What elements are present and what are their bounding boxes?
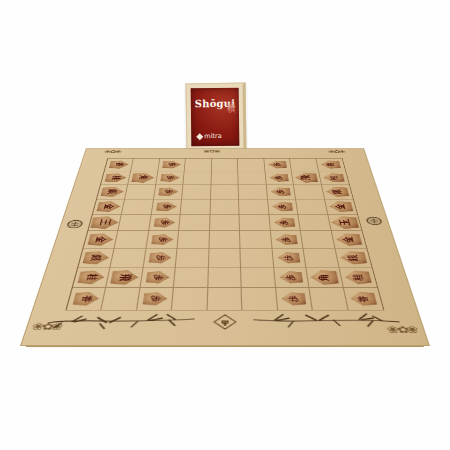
board-cell[interactable]: 桂: [101, 171, 131, 185]
board-cell[interactable]: 歩: [264, 158, 292, 171]
board-cell[interactable]: [178, 231, 210, 249]
piece-kanji: 歩: [280, 220, 289, 225]
piece-kanji: 金: [95, 236, 108, 242]
board-cell[interactable]: 飛: [292, 171, 322, 185]
piece-kanji: 香: [80, 295, 92, 302]
shogi-piece-rook-left[interactable]: 飛: [110, 270, 140, 285]
board-cell[interactable]: 玉: [328, 215, 362, 231]
piece-kanji: 金: [342, 236, 355, 242]
board-cell[interactable]: [298, 215, 331, 231]
shogi-piece-pawn-left[interactable]: 歩: [162, 161, 181, 169]
board-cell[interactable]: [172, 288, 208, 310]
piece-kanji: 銀: [90, 254, 103, 261]
piece-kanji: 香: [357, 295, 369, 302]
shogi-piece-lance-left[interactable]: 香: [72, 292, 100, 306]
seal-stamp-icon: [65, 220, 85, 229]
piece-kanji: 歩: [158, 237, 168, 242]
piece-kanji: 王: [98, 219, 111, 225]
diamond-frame: [213, 314, 236, 329]
piece-kanji: 飛: [118, 274, 131, 281]
piece-kanji: 歩: [166, 176, 175, 180]
board-cell[interactable]: [239, 199, 269, 214]
seal-stamp-icon: [365, 216, 384, 225]
board-cell[interactable]: 歩: [266, 185, 296, 199]
board-cell[interactable]: 王: [88, 215, 122, 231]
piece-kanji: 角: [138, 175, 149, 180]
piece-kanji: 香: [326, 163, 335, 167]
shogi-piece-pawn-right[interactable]: 歩: [269, 174, 289, 182]
board-cell[interactable]: [310, 288, 349, 310]
shogi-piece-king-left[interactable]: 王: [90, 216, 120, 229]
shogi-piece-pawn-right[interactable]: 歩: [277, 252, 300, 264]
piece-kanji: 歩: [286, 274, 297, 280]
shogi-piece-gold-left[interactable]: 金: [96, 201, 121, 212]
board-cell[interactable]: 銀: [322, 185, 354, 199]
piece-kanji: 歩: [275, 176, 284, 180]
board-cell[interactable]: [242, 288, 278, 310]
board-cell[interactable]: 金: [325, 199, 358, 214]
board-cell[interactable]: [181, 199, 211, 214]
board-cell[interactable]: 金: [93, 199, 126, 214]
piece-kanji: 歩: [162, 204, 171, 208]
shogi-piece-king-right[interactable]: 玉: [330, 216, 360, 229]
board-cell[interactable]: 歩: [146, 231, 179, 249]
bamboo-engraving-icon: [43, 312, 197, 330]
floral-engraving-top-center: ❀✿❀: [203, 149, 219, 153]
bamboo-engraving-icon: [251, 312, 405, 330]
board-cell[interactable]: 角: [128, 171, 158, 185]
board-cell[interactable]: 歩: [149, 215, 181, 231]
shogi-piece-silver-right[interactable]: 銀: [339, 251, 368, 264]
floral-engraving-top-left: ❀✿❀: [104, 149, 121, 153]
board-cell[interactable]: [296, 199, 328, 214]
shogi-piece-knight-left[interactable]: 桂: [77, 270, 105, 284]
piece-kanji: 歩: [164, 190, 173, 194]
piece-kanji: 飛: [301, 175, 312, 180]
board-front-edge: [24, 334, 426, 347]
board-cell[interactable]: [207, 288, 242, 310]
board-cell[interactable]: 歩: [137, 288, 174, 310]
shogi-set-photo: Shōgui 将棋 mitra ❀✿❀ ❀✿❀ ❀✿❀ ❀✿❀ ❀✿❀: [0, 0, 450, 450]
shogi-piece-pawn-left[interactable]: 歩: [158, 187, 178, 196]
board-cell[interactable]: 香: [343, 288, 383, 310]
piece-kanji: 香: [115, 163, 124, 167]
board-cell[interactable]: 香: [67, 288, 107, 310]
board-perspective-wrap: ❀✿❀ ❀✿❀ ❀✿❀ ❀✿❀ ❀✿❀: [58, 50, 392, 400]
board-cell[interactable]: [131, 158, 160, 171]
shogi-piece-knight-right[interactable]: 桂: [344, 270, 372, 284]
board-cell[interactable]: 香: [316, 158, 345, 171]
board-cell[interactable]: [185, 158, 212, 171]
board-cell[interactable]: 歩: [156, 171, 185, 185]
board-cell[interactable]: [209, 249, 242, 268]
board-cell[interactable]: 歩: [265, 171, 294, 185]
board-cell[interactable]: [238, 171, 266, 185]
piece-kanji: 桂: [329, 176, 339, 180]
board-cell[interactable]: [240, 231, 272, 249]
board-cell[interactable]: [179, 215, 210, 231]
board-cell[interactable]: [182, 185, 211, 199]
board-cell[interactable]: 銀: [78, 249, 115, 268]
piece-kanji: 桂: [111, 176, 121, 180]
piece-kanji: 銀: [331, 189, 342, 194]
board-cell[interactable]: 金: [83, 231, 118, 249]
piece-kanji: 歩: [155, 255, 165, 260]
piece-kanji: 歩: [283, 255, 293, 260]
shogi-piece-pawn-left[interactable]: 歩: [154, 218, 176, 228]
shogi-piece-bishop-right[interactable]: 角: [309, 270, 339, 285]
piece-kanji: 歩: [288, 296, 299, 302]
board-cell[interactable]: [115, 231, 149, 249]
board-cell[interactable]: [122, 199, 154, 214]
piece-kanji: 金: [103, 204, 115, 209]
shogi-piece-pawn-right[interactable]: 歩: [281, 292, 306, 305]
board-cell[interactable]: [210, 199, 239, 214]
shogi-piece-pawn-left[interactable]: 歩: [160, 174, 180, 182]
shogi-piece-pawn-left[interactable]: 歩: [151, 234, 174, 245]
shogi-piece-bishop-left[interactable]: 角: [131, 173, 155, 183]
board-cell[interactable]: [125, 185, 156, 199]
shogi-piece-silver-left[interactable]: 銀: [100, 187, 125, 197]
shogi-piece-lance-right[interactable]: 香: [320, 160, 341, 168]
shogi-piece-lance-right[interactable]: 香: [349, 292, 377, 306]
piece-kanji: 金: [335, 204, 347, 209]
board-cell[interactable]: 歩: [143, 249, 177, 268]
board-cell[interactable]: [241, 268, 275, 288]
piece-kanji: 角: [317, 274, 330, 281]
board-cell[interactable]: [241, 249, 274, 268]
board-cell[interactable]: 歩: [271, 231, 304, 249]
shogi-piece-rook-right[interactable]: 飛: [294, 173, 318, 183]
board-cell[interactable]: 歩: [276, 288, 313, 310]
shogi-piece-gold-right[interactable]: 金: [328, 201, 353, 212]
shogi-piece-gold-left[interactable]: 金: [87, 233, 114, 246]
piece-kanji: 歩: [168, 163, 176, 167]
board-cell[interactable]: [239, 185, 268, 199]
board-cell[interactable]: 歩: [154, 185, 184, 199]
board-cell[interactable]: 歩: [274, 268, 310, 288]
shogi-piece-pawn-left[interactable]: 歩: [156, 202, 177, 211]
board-cell[interactable]: 歩: [158, 158, 186, 171]
board-cell[interactable]: 銀: [335, 249, 372, 268]
board-cell[interactable]: [176, 249, 209, 268]
board-cell[interactable]: 桂: [319, 171, 349, 185]
piece-kanji: 歩: [281, 237, 291, 242]
board-cell[interactable]: 銀: [97, 185, 129, 199]
piece-kanji: 玉: [338, 219, 351, 225]
piece-kanji: 歩: [278, 204, 287, 208]
board-cell[interactable]: [210, 215, 240, 231]
board-cell[interactable]: [294, 185, 325, 199]
shogi-piece-knight-right[interactable]: 桂: [322, 173, 345, 182]
board-cell[interactable]: [212, 158, 239, 171]
board-cell[interactable]: [119, 215, 152, 231]
piece-kanji: 桂: [85, 274, 98, 281]
diamond-emblem: ψ: [214, 315, 235, 329]
board-cell[interactable]: [240, 215, 271, 231]
board-cell[interactable]: 歩: [152, 199, 183, 214]
piece-kanji: 銀: [107, 189, 118, 194]
shogi-piece-gold-right[interactable]: 金: [335, 233, 362, 246]
board-cell[interactable]: 飛: [107, 268, 144, 288]
shogi-piece-pawn-right[interactable]: 歩: [275, 234, 298, 245]
shogi-piece-knight-left[interactable]: 桂: [104, 173, 127, 182]
board-cell[interactable]: [102, 288, 141, 310]
board-cell[interactable]: 歩: [140, 268, 176, 288]
shogi-piece-pawn-right[interactable]: 歩: [273, 218, 295, 228]
board-cell[interactable]: 角: [307, 268, 344, 288]
board-cell[interactable]: 歩: [272, 249, 306, 268]
board-cell[interactable]: [211, 185, 239, 199]
piece-kanji: 桂: [352, 274, 365, 281]
board-cell[interactable]: 桂: [73, 268, 111, 288]
shogi-piece-silver-left[interactable]: 銀: [82, 251, 111, 264]
shogi-piece-pawn-right[interactable]: 歩: [270, 187, 290, 196]
board-cell[interactable]: [208, 268, 242, 288]
floral-engraving-top-right: ❀✿❀: [328, 149, 345, 153]
board-cell[interactable]: 金: [331, 231, 366, 249]
piece-kanji: 銀: [346, 254, 359, 261]
floral-engraving-bottom-left: ❀✿❀: [31, 321, 63, 332]
piece-kanji: 歩: [150, 296, 161, 302]
board-cell[interactable]: [211, 171, 239, 185]
board-cell[interactable]: [238, 158, 265, 171]
board-cell[interactable]: [304, 249, 339, 268]
emblem-glyph: ψ: [221, 318, 229, 326]
board-cell[interactable]: [301, 231, 335, 249]
shogi-piece-pawn-left[interactable]: 歩: [143, 292, 168, 305]
board-cell[interactable]: 香: [105, 158, 134, 171]
shogi-piece-pawn-left[interactable]: 歩: [146, 271, 170, 283]
piece-kanji: 歩: [276, 190, 285, 194]
piece-kanji: 歩: [153, 274, 164, 280]
shogi-piece-pawn-right[interactable]: 歩: [268, 161, 287, 169]
board-cell[interactable]: 歩: [269, 215, 301, 231]
board-cell[interactable]: [290, 158, 319, 171]
board-cell[interactable]: [174, 268, 208, 288]
piece-kanji: 歩: [273, 163, 281, 167]
shogi-piece-pawn-right[interactable]: 歩: [272, 202, 293, 211]
shogi-piece-pawn-right[interactable]: 歩: [279, 271, 303, 283]
board-cell[interactable]: 桂: [339, 268, 377, 288]
board-grid: 香歩歩香桂角歩歩飛桂銀歩歩銀金歩歩金王歩歩玉金歩歩金銀歩歩銀桂飛歩歩角桂香歩歩香: [65, 158, 384, 311]
board-cell[interactable]: [209, 231, 240, 249]
board-cell[interactable]: 歩: [268, 199, 299, 214]
board-cell[interactable]: [111, 249, 146, 268]
shogi-piece-silver-right[interactable]: 銀: [325, 187, 350, 197]
piece-kanji: 歩: [160, 220, 169, 225]
shogi-piece-pawn-left[interactable]: 歩: [149, 252, 173, 264]
shogi-board: ❀✿❀ ❀✿❀ ❀✿❀ ❀✿❀ ❀✿❀: [20, 148, 430, 346]
board-cell[interactable]: [184, 171, 212, 185]
shogi-piece-lance-left[interactable]: 香: [109, 160, 130, 168]
